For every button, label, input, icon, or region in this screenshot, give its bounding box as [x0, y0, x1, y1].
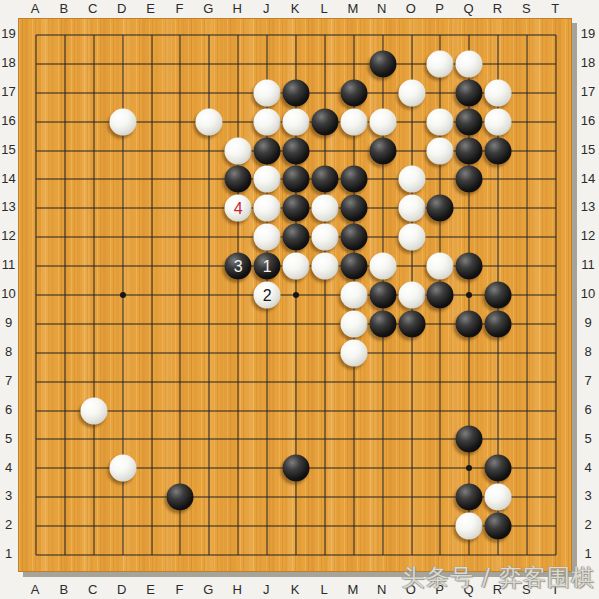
intersection-F18[interactable]: [166, 49, 195, 78]
intersection-R4[interactable]: [484, 454, 513, 483]
intersection-B19[interactable]: [50, 21, 79, 50]
white-stone-J16[interactable]: [254, 108, 281, 135]
black-stone-N15[interactable]: [369, 137, 396, 164]
intersection-N14[interactable]: [368, 165, 397, 194]
intersection-C18[interactable]: [79, 49, 108, 78]
intersection-K4[interactable]: [282, 454, 311, 483]
intersection-T6[interactable]: [542, 396, 571, 425]
intersection-O4[interactable]: [397, 454, 426, 483]
white-stone-O17[interactable]: [398, 79, 425, 106]
white-stone-P16[interactable]: [427, 108, 454, 135]
white-stone-H15[interactable]: [225, 137, 252, 164]
intersection-J5[interactable]: [253, 425, 282, 454]
black-stone-M11[interactable]: [340, 253, 367, 280]
intersection-K18[interactable]: [282, 49, 311, 78]
intersection-S19[interactable]: [513, 21, 542, 50]
intersection-M3[interactable]: [339, 483, 368, 512]
intersection-B13[interactable]: [50, 194, 79, 223]
intersection-R11[interactable]: [484, 252, 513, 281]
intersection-H18[interactable]: [224, 49, 253, 78]
intersection-N5[interactable]: [368, 425, 397, 454]
intersection-P6[interactable]: [426, 396, 455, 425]
intersection-P12[interactable]: [426, 223, 455, 252]
intersection-B8[interactable]: [50, 338, 79, 367]
intersection-D14[interactable]: [108, 165, 137, 194]
intersection-H4[interactable]: [224, 454, 253, 483]
intersection-R13[interactable]: [484, 194, 513, 223]
intersection-A12[interactable]: [22, 223, 51, 252]
intersection-E19[interactable]: [137, 21, 166, 50]
intersection-O19[interactable]: [397, 21, 426, 50]
white-stone-G16[interactable]: [196, 108, 223, 135]
intersection-B12[interactable]: [50, 223, 79, 252]
intersection-S11[interactable]: [513, 252, 542, 281]
white-stone-Q2[interactable]: [456, 513, 483, 540]
intersection-Q18[interactable]: [455, 49, 484, 78]
intersection-P4[interactable]: [426, 454, 455, 483]
white-stone-J10[interactable]: 2: [254, 282, 281, 309]
intersection-K13[interactable]: [282, 194, 311, 223]
black-stone-K12[interactable]: [283, 224, 310, 251]
intersection-M17[interactable]: [339, 78, 368, 107]
intersection-Q19[interactable]: [455, 21, 484, 50]
intersection-Q4[interactable]: [455, 454, 484, 483]
white-stone-D16[interactable]: [109, 108, 136, 135]
black-stone-R2[interactable]: [485, 513, 512, 540]
intersection-A3[interactable]: [22, 483, 51, 512]
intersection-M14[interactable]: [339, 165, 368, 194]
white-stone-O10[interactable]: [398, 282, 425, 309]
intersection-N18[interactable]: [368, 49, 397, 78]
white-stone-H13[interactable]: 4: [225, 195, 252, 222]
intersection-T18[interactable]: [542, 49, 571, 78]
intersection-E16[interactable]: [137, 107, 166, 136]
intersection-K16[interactable]: [282, 107, 311, 136]
white-stone-L11[interactable]: [311, 253, 338, 280]
intersection-D8[interactable]: [108, 338, 137, 367]
intersection-L11[interactable]: [310, 252, 339, 281]
white-stone-O12[interactable]: [398, 224, 425, 251]
intersection-N13[interactable]: [368, 194, 397, 223]
intersection-R7[interactable]: [484, 367, 513, 396]
intersection-D5[interactable]: [108, 425, 137, 454]
intersection-K5[interactable]: [282, 425, 311, 454]
black-stone-R9[interactable]: [485, 310, 512, 337]
intersection-M6[interactable]: [339, 396, 368, 425]
intersection-F3[interactable]: [166, 483, 195, 512]
intersection-D11[interactable]: [108, 252, 137, 281]
intersection-G3[interactable]: [195, 483, 224, 512]
intersection-Q10[interactable]: [455, 281, 484, 310]
intersection-R5[interactable]: [484, 425, 513, 454]
intersection-G6[interactable]: [195, 396, 224, 425]
intersection-J8[interactable]: [253, 338, 282, 367]
black-stone-K17[interactable]: [283, 79, 310, 106]
black-stone-Q16[interactable]: [456, 108, 483, 135]
intersection-E6[interactable]: [137, 396, 166, 425]
intersection-H15[interactable]: [224, 136, 253, 165]
white-stone-C6[interactable]: [80, 397, 107, 424]
intersection-G1[interactable]: [195, 541, 224, 570]
intersection-O10[interactable]: [397, 281, 426, 310]
intersection-M9[interactable]: [339, 309, 368, 338]
white-stone-K11[interactable]: [283, 253, 310, 280]
black-stone-K4[interactable]: [283, 455, 310, 482]
white-stone-R16[interactable]: [485, 108, 512, 135]
black-stone-J15[interactable]: [254, 137, 281, 164]
intersection-H7[interactable]: [224, 367, 253, 396]
intersection-R19[interactable]: [484, 21, 513, 50]
intersection-T4[interactable]: [542, 454, 571, 483]
intersection-S17[interactable]: [513, 78, 542, 107]
intersection-P18[interactable]: [426, 49, 455, 78]
intersection-E15[interactable]: [137, 136, 166, 165]
intersection-B4[interactable]: [50, 454, 79, 483]
intersection-P10[interactable]: [426, 281, 455, 310]
intersection-L6[interactable]: [310, 396, 339, 425]
intersection-K7[interactable]: [282, 367, 311, 396]
intersection-M12[interactable]: [339, 223, 368, 252]
white-stone-M10[interactable]: [340, 282, 367, 309]
white-stone-M16[interactable]: [340, 108, 367, 135]
intersection-J10[interactable]: 2: [253, 281, 282, 310]
white-stone-J13[interactable]: [254, 195, 281, 222]
intersection-L4[interactable]: [310, 454, 339, 483]
intersection-B2[interactable]: [50, 512, 79, 541]
intersection-C8[interactable]: [79, 338, 108, 367]
intersection-G15[interactable]: [195, 136, 224, 165]
intersection-L10[interactable]: [310, 281, 339, 310]
black-stone-N9[interactable]: [369, 310, 396, 337]
intersection-G12[interactable]: [195, 223, 224, 252]
intersection-S12[interactable]: [513, 223, 542, 252]
intersection-A8[interactable]: [22, 338, 51, 367]
intersection-P11[interactable]: [426, 252, 455, 281]
black-stone-Q14[interactable]: [456, 166, 483, 193]
intersection-H13[interactable]: 4: [224, 194, 253, 223]
intersection-Q16[interactable]: [455, 107, 484, 136]
black-stone-M12[interactable]: [340, 224, 367, 251]
intersection-G9[interactable]: [195, 309, 224, 338]
intersection-R12[interactable]: [484, 223, 513, 252]
intersection-E4[interactable]: [137, 454, 166, 483]
intersection-P2[interactable]: [426, 512, 455, 541]
intersection-P14[interactable]: [426, 165, 455, 194]
intersection-K9[interactable]: [282, 309, 311, 338]
intersection-D4[interactable]: [108, 454, 137, 483]
intersection-T10[interactable]: [542, 281, 571, 310]
intersection-K8[interactable]: [282, 338, 311, 367]
intersection-M16[interactable]: [339, 107, 368, 136]
intersection-H11[interactable]: 3: [224, 252, 253, 281]
intersection-J14[interactable]: [253, 165, 282, 194]
intersection-H6[interactable]: [224, 396, 253, 425]
intersection-G4[interactable]: [195, 454, 224, 483]
intersection-T11[interactable]: [542, 252, 571, 281]
intersection-G18[interactable]: [195, 49, 224, 78]
intersection-O6[interactable]: [397, 396, 426, 425]
intersection-S18[interactable]: [513, 49, 542, 78]
intersection-B15[interactable]: [50, 136, 79, 165]
intersection-L14[interactable]: [310, 165, 339, 194]
intersection-E1[interactable]: [137, 541, 166, 570]
intersection-C3[interactable]: [79, 483, 108, 512]
intersection-A10[interactable]: [22, 281, 51, 310]
intersection-O16[interactable]: [397, 107, 426, 136]
intersection-Q7[interactable]: [455, 367, 484, 396]
intersection-L7[interactable]: [310, 367, 339, 396]
black-stone-K15[interactable]: [283, 137, 310, 164]
intersection-T15[interactable]: [542, 136, 571, 165]
intersection-R18[interactable]: [484, 49, 513, 78]
intersection-L12[interactable]: [310, 223, 339, 252]
intersection-S2[interactable]: [513, 512, 542, 541]
intersection-G2[interactable]: [195, 512, 224, 541]
intersection-L19[interactable]: [310, 21, 339, 50]
intersection-F9[interactable]: [166, 309, 195, 338]
intersection-D19[interactable]: [108, 21, 137, 50]
black-stone-R4[interactable]: [485, 455, 512, 482]
intersection-F5[interactable]: [166, 425, 195, 454]
intersection-N12[interactable]: [368, 223, 397, 252]
intersection-C7[interactable]: [79, 367, 108, 396]
intersection-D7[interactable]: [108, 367, 137, 396]
intersection-D16[interactable]: [108, 107, 137, 136]
intersection-G16[interactable]: [195, 107, 224, 136]
intersection-O8[interactable]: [397, 338, 426, 367]
intersection-C12[interactable]: [79, 223, 108, 252]
black-stone-M14[interactable]: [340, 166, 367, 193]
intersection-R14[interactable]: [484, 165, 513, 194]
intersection-J12[interactable]: [253, 223, 282, 252]
intersection-K12[interactable]: [282, 223, 311, 252]
intersection-A5[interactable]: [22, 425, 51, 454]
intersection-B6[interactable]: [50, 396, 79, 425]
intersection-E5[interactable]: [137, 425, 166, 454]
intersection-K6[interactable]: [282, 396, 311, 425]
intersection-A18[interactable]: [22, 49, 51, 78]
intersection-N3[interactable]: [368, 483, 397, 512]
intersection-L5[interactable]: [310, 425, 339, 454]
intersection-Q12[interactable]: [455, 223, 484, 252]
intersection-M5[interactable]: [339, 425, 368, 454]
intersection-H10[interactable]: [224, 281, 253, 310]
intersection-M7[interactable]: [339, 367, 368, 396]
intersection-B16[interactable]: [50, 107, 79, 136]
intersection-S5[interactable]: [513, 425, 542, 454]
intersection-O9[interactable]: [397, 309, 426, 338]
intersection-H2[interactable]: [224, 512, 253, 541]
intersection-T12[interactable]: [542, 223, 571, 252]
intersection-N1[interactable]: [368, 541, 397, 570]
intersection-E17[interactable]: [137, 78, 166, 107]
intersection-D6[interactable]: [108, 396, 137, 425]
intersection-P8[interactable]: [426, 338, 455, 367]
intersection-S10[interactable]: [513, 281, 542, 310]
intersection-F6[interactable]: [166, 396, 195, 425]
intersection-J3[interactable]: [253, 483, 282, 512]
intersection-R9[interactable]: [484, 309, 513, 338]
white-stone-O14[interactable]: [398, 166, 425, 193]
intersection-H14[interactable]: [224, 165, 253, 194]
intersection-N16[interactable]: [368, 107, 397, 136]
intersection-Q5[interactable]: [455, 425, 484, 454]
black-stone-P10[interactable]: [427, 282, 454, 309]
intersection-S13[interactable]: [513, 194, 542, 223]
intersection-S4[interactable]: [513, 454, 542, 483]
intersection-Q9[interactable]: [455, 309, 484, 338]
intersection-H9[interactable]: [224, 309, 253, 338]
intersection-C19[interactable]: [79, 21, 108, 50]
black-stone-O9[interactable]: [398, 310, 425, 337]
intersection-C11[interactable]: [79, 252, 108, 281]
intersection-M15[interactable]: [339, 136, 368, 165]
intersection-M2[interactable]: [339, 512, 368, 541]
white-stone-K16[interactable]: [283, 108, 310, 135]
intersection-H3[interactable]: [224, 483, 253, 512]
intersection-S3[interactable]: [513, 483, 542, 512]
intersection-A2[interactable]: [22, 512, 51, 541]
intersection-O15[interactable]: [397, 136, 426, 165]
intersection-F13[interactable]: [166, 194, 195, 223]
intersection-B17[interactable]: [50, 78, 79, 107]
intersection-E18[interactable]: [137, 49, 166, 78]
intersection-G13[interactable]: [195, 194, 224, 223]
black-stone-Q17[interactable]: [456, 79, 483, 106]
white-stone-L12[interactable]: [311, 224, 338, 251]
intersection-J13[interactable]: [253, 194, 282, 223]
intersection-H5[interactable]: [224, 425, 253, 454]
intersection-P19[interactable]: [426, 21, 455, 50]
intersection-A13[interactable]: [22, 194, 51, 223]
intersection-T14[interactable]: [542, 165, 571, 194]
intersection-G7[interactable]: [195, 367, 224, 396]
intersection-Q6[interactable]: [455, 396, 484, 425]
intersection-P7[interactable]: [426, 367, 455, 396]
intersection-N2[interactable]: [368, 512, 397, 541]
intersection-Q2[interactable]: [455, 512, 484, 541]
intersection-A17[interactable]: [22, 78, 51, 107]
intersection-H12[interactable]: [224, 223, 253, 252]
black-stone-Q5[interactable]: [456, 426, 483, 453]
intersection-O3[interactable]: [397, 483, 426, 512]
intersection-B18[interactable]: [50, 49, 79, 78]
intersection-E9[interactable]: [137, 309, 166, 338]
intersection-G14[interactable]: [195, 165, 224, 194]
intersection-G11[interactable]: [195, 252, 224, 281]
black-stone-M17[interactable]: [340, 79, 367, 106]
intersection-P13[interactable]: [426, 194, 455, 223]
intersection-O5[interactable]: [397, 425, 426, 454]
intersection-B3[interactable]: [50, 483, 79, 512]
intersection-A6[interactable]: [22, 396, 51, 425]
intersection-E8[interactable]: [137, 338, 166, 367]
intersection-F7[interactable]: [166, 367, 195, 396]
intersection-C4[interactable]: [79, 454, 108, 483]
intersection-Q8[interactable]: [455, 338, 484, 367]
intersection-H17[interactable]: [224, 78, 253, 107]
black-stone-Q11[interactable]: [456, 253, 483, 280]
intersection-R15[interactable]: [484, 136, 513, 165]
black-stone-M13[interactable]: [340, 195, 367, 222]
intersection-S14[interactable]: [513, 165, 542, 194]
black-stone-K13[interactable]: [283, 195, 310, 222]
intersection-C15[interactable]: [79, 136, 108, 165]
intersection-F1[interactable]: [166, 541, 195, 570]
black-stone-H14[interactable]: [225, 166, 252, 193]
black-stone-N18[interactable]: [369, 50, 396, 77]
intersection-F2[interactable]: [166, 512, 195, 541]
intersection-H19[interactable]: [224, 21, 253, 50]
intersection-H16[interactable]: [224, 107, 253, 136]
black-stone-Q15[interactable]: [456, 137, 483, 164]
intersection-N17[interactable]: [368, 78, 397, 107]
white-stone-M8[interactable]: [340, 339, 367, 366]
intersection-L17[interactable]: [310, 78, 339, 107]
intersection-J16[interactable]: [253, 107, 282, 136]
white-stone-P18[interactable]: [427, 50, 454, 77]
intersection-J4[interactable]: [253, 454, 282, 483]
intersection-D1[interactable]: [108, 541, 137, 570]
intersection-A7[interactable]: [22, 367, 51, 396]
intersection-F8[interactable]: [166, 338, 195, 367]
intersection-E13[interactable]: [137, 194, 166, 223]
intersection-P15[interactable]: [426, 136, 455, 165]
intersection-L3[interactable]: [310, 483, 339, 512]
intersection-P5[interactable]: [426, 425, 455, 454]
intersection-R16[interactable]: [484, 107, 513, 136]
intersection-T5[interactable]: [542, 425, 571, 454]
intersection-A11[interactable]: [22, 252, 51, 281]
white-stone-R17[interactable]: [485, 79, 512, 106]
intersection-M10[interactable]: [339, 281, 368, 310]
intersection-Q3[interactable]: [455, 483, 484, 512]
intersection-M18[interactable]: [339, 49, 368, 78]
intersection-L13[interactable]: [310, 194, 339, 223]
intersection-E3[interactable]: [137, 483, 166, 512]
black-stone-P13[interactable]: [427, 195, 454, 222]
intersection-Q15[interactable]: [455, 136, 484, 165]
intersection-L9[interactable]: [310, 309, 339, 338]
intersection-C17[interactable]: [79, 78, 108, 107]
intersection-S6[interactable]: [513, 396, 542, 425]
intersection-N4[interactable]: [368, 454, 397, 483]
intersection-N19[interactable]: [368, 21, 397, 50]
intersection-A9[interactable]: [22, 309, 51, 338]
intersection-H1[interactable]: [224, 541, 253, 570]
intersection-P16[interactable]: [426, 107, 455, 136]
white-stone-O13[interactable]: [398, 195, 425, 222]
white-stone-J17[interactable]: [254, 79, 281, 106]
intersection-N7[interactable]: [368, 367, 397, 396]
intersection-S15[interactable]: [513, 136, 542, 165]
black-stone-N10[interactable]: [369, 282, 396, 309]
intersection-B14[interactable]: [50, 165, 79, 194]
intersection-J11[interactable]: 1: [253, 252, 282, 281]
intersection-K19[interactable]: [282, 21, 311, 50]
intersection-F19[interactable]: [166, 21, 195, 50]
intersection-N15[interactable]: [368, 136, 397, 165]
intersection-L8[interactable]: [310, 338, 339, 367]
black-stone-K14[interactable]: [283, 166, 310, 193]
intersection-L2[interactable]: [310, 512, 339, 541]
intersection-C14[interactable]: [79, 165, 108, 194]
intersection-F15[interactable]: [166, 136, 195, 165]
intersection-F17[interactable]: [166, 78, 195, 107]
intersection-C13[interactable]: [79, 194, 108, 223]
white-stone-J14[interactable]: [254, 166, 281, 193]
intersection-K3[interactable]: [282, 483, 311, 512]
